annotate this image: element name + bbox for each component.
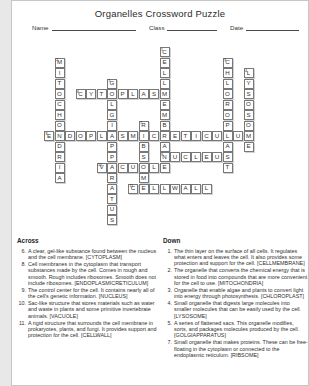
cell-letter: O bbox=[246, 122, 251, 128]
clue-num: 5. bbox=[163, 320, 172, 339]
cell-letter: S bbox=[141, 154, 145, 160]
clue-num: 3. bbox=[163, 287, 172, 300]
crossword-cell-r8-c15[interactable]: C bbox=[202, 131, 212, 141]
clue-text: A clear, gel-like substance found betwee… bbox=[28, 248, 160, 261]
crossword-cell-r11-c5[interactable]: 10V bbox=[97, 163, 107, 173]
across-clues-section: Across 6.A clear, gel-like substance fou… bbox=[17, 237, 160, 339]
crossword-cell-r11-c11[interactable]: E bbox=[160, 163, 170, 173]
cell-letter: P bbox=[89, 133, 93, 139]
clue-num: 2. bbox=[163, 267, 172, 286]
cell-letter: I bbox=[111, 122, 113, 128]
crossword-cell-r13-c15[interactable]: L bbox=[202, 184, 212, 194]
clue-item: 10.Sac-like structure that stores materi… bbox=[17, 300, 160, 319]
crossword-cell-r10-c12[interactable]: U bbox=[170, 152, 180, 162]
cell-letter: E bbox=[173, 133, 177, 139]
date-input-line[interactable] bbox=[246, 23, 299, 31]
crossword-cell-r7-c9[interactable]: 7R bbox=[139, 121, 149, 131]
cell-letter: A bbox=[141, 91, 145, 97]
cell-letter: L bbox=[110, 101, 113, 107]
crossword-cell-r13-c9[interactable]: E bbox=[139, 184, 149, 194]
clue-number: 11 bbox=[130, 185, 134, 189]
crossword-cell-r13-c12[interactable]: W bbox=[170, 184, 180, 194]
cell-letter: L bbox=[131, 91, 134, 97]
down-clues-section: Down 1.The thin layer on the surface of … bbox=[163, 237, 308, 359]
crossword-cell-r4-c10[interactable]: S bbox=[149, 89, 159, 99]
cell-letter: A bbox=[110, 133, 114, 139]
cell-letter: M bbox=[162, 112, 167, 118]
cell-letter: C bbox=[152, 133, 156, 139]
clue-number: 5 bbox=[109, 80, 111, 84]
cell-letter: T bbox=[58, 80, 62, 86]
cell-letter: L bbox=[194, 154, 197, 160]
clue-item: 5.A series of flattened sacs. This organ… bbox=[163, 320, 308, 339]
clue-item: 2.The organelle that converts the chemic… bbox=[163, 267, 308, 286]
cell-letter: L bbox=[163, 185, 166, 191]
crossword-cell-r6-c6[interactable]: G bbox=[107, 110, 117, 120]
crossword-cell-r9-c17[interactable]: A bbox=[223, 142, 233, 152]
cell-letter: O bbox=[57, 122, 62, 128]
name-input-line[interactable] bbox=[52, 23, 136, 31]
crossword-cell-r8-c8[interactable]: M bbox=[128, 131, 138, 141]
crossword-cell-r8-c0[interactable]: 8E bbox=[44, 131, 54, 141]
cell-letter: U bbox=[236, 133, 240, 139]
crossword-cell-r9-c19[interactable]: E bbox=[244, 142, 254, 152]
cell-letter: D bbox=[68, 133, 72, 139]
clue-text: Small organelle that makes proteins. The… bbox=[174, 339, 308, 358]
crossword-cell-r2-c1[interactable]: I bbox=[55, 68, 65, 78]
cell-letter: L bbox=[152, 185, 155, 191]
crossword-cell-r7-c17[interactable]: P bbox=[223, 121, 233, 131]
clue-text: Cell membranes in the cytoplasm that tra… bbox=[28, 261, 160, 287]
crossword-cell-r8-c11[interactable]: R bbox=[160, 131, 170, 141]
class-input-line[interactable] bbox=[167, 23, 217, 31]
crossword-cell-r16-c6[interactable]: S bbox=[107, 215, 117, 225]
date-field: Date bbox=[230, 22, 299, 31]
cell-letter: E bbox=[162, 101, 166, 107]
crossword-cell-r6-c17[interactable]: O bbox=[223, 110, 233, 120]
cell-letter: E bbox=[246, 143, 250, 149]
cell-letter: I bbox=[195, 133, 197, 139]
crossword-cell-r1-c11[interactable]: E bbox=[160, 58, 170, 68]
cell-letter: O bbox=[110, 91, 115, 97]
crossword-cell-r4-c3[interactable]: 6C bbox=[76, 89, 86, 99]
crossword-cell-r9-c9[interactable]: B bbox=[139, 142, 149, 152]
clue-num: 8. bbox=[17, 261, 26, 287]
crossword-cell-r8-c17[interactable]: L bbox=[223, 131, 233, 141]
crossword-cell-r4-c7[interactable]: P bbox=[118, 89, 128, 99]
crossword-cell-r4-c19[interactable]: S bbox=[244, 89, 254, 99]
clue-item: 9.The control center for the cell. It co… bbox=[17, 287, 160, 300]
crossword-cell-r11-c9[interactable]: O bbox=[139, 163, 149, 173]
across-header: Across bbox=[17, 237, 160, 245]
cell-letter: U bbox=[110, 206, 114, 212]
cell-letter: U bbox=[131, 164, 135, 170]
crossword-cell-r10-c16[interactable]: U bbox=[212, 152, 222, 162]
cell-letter: G bbox=[110, 112, 115, 118]
cell-letter: U bbox=[215, 133, 219, 139]
cell-letter: S bbox=[120, 133, 124, 139]
class-label: Class bbox=[149, 24, 164, 31]
crossword-cell-r7-c6[interactable]: I bbox=[107, 121, 117, 131]
crossword-cell-r14-c6[interactable]: T bbox=[107, 194, 117, 204]
cell-letter: L bbox=[163, 70, 166, 76]
crossword-cell-r8-c18[interactable]: U bbox=[233, 131, 243, 141]
crossword-cell-r8-c9[interactable]: I bbox=[139, 131, 149, 141]
cell-letter: B bbox=[141, 143, 145, 149]
crossword-cell-r5-c11[interactable]: E bbox=[160, 100, 170, 110]
page-title: Organelles Crossword Puzzle bbox=[12, 8, 308, 19]
clue-text: Sac-like structure that stores materials… bbox=[28, 300, 160, 319]
cell-letter: T bbox=[226, 164, 230, 170]
cell-letter: U bbox=[215, 154, 219, 160]
cell-letter: W bbox=[172, 185, 178, 191]
clue-num: 6. bbox=[17, 248, 26, 261]
crossword-cell-r13-c14[interactable]: L bbox=[191, 184, 201, 194]
name-field: Name bbox=[32, 22, 136, 31]
crossword-cell-r10-c6[interactable]: P bbox=[107, 152, 117, 162]
crossword-cell-r8-c19[interactable]: M bbox=[244, 131, 254, 141]
crossword-cell-r1-c17[interactable]: 3C bbox=[223, 58, 233, 68]
cell-letter: L bbox=[226, 80, 229, 86]
crossword-cell-r3-c6[interactable]: 5G bbox=[107, 79, 117, 89]
cell-letter: E bbox=[162, 164, 166, 170]
cell-letter: T bbox=[184, 133, 188, 139]
cell-letter: E bbox=[162, 59, 166, 65]
crossword-cell-r13-c13[interactable]: A bbox=[181, 184, 191, 194]
crossword-cell-r10-c17[interactable]: S bbox=[223, 152, 233, 162]
cell-letter: O bbox=[246, 101, 251, 107]
clue-num: 11. bbox=[17, 320, 26, 339]
crossword-cell-r11-c17[interactable]: T bbox=[223, 163, 233, 173]
clue-text: Organelle that enable algae and plants t… bbox=[174, 287, 308, 300]
crossword-cell-r3-c11[interactable]: L bbox=[160, 79, 170, 89]
crossword-cell-r8-c7[interactable]: S bbox=[118, 131, 128, 141]
cell-letter: O bbox=[57, 91, 62, 97]
cell-letter: P bbox=[225, 122, 229, 128]
clue-text: The thin layer on the surface of all cel… bbox=[174, 248, 308, 267]
clue-item: 11.A rigid structure that surrounds the … bbox=[17, 320, 160, 339]
date-label: Date bbox=[230, 24, 243, 31]
clue-item: 3.Organelle that enable algae and plants… bbox=[163, 287, 308, 300]
cell-letter: A bbox=[183, 185, 187, 191]
crossword-cell-r4-c17[interactable]: O bbox=[223, 89, 233, 99]
cell-letter: C bbox=[57, 101, 61, 107]
crossword-cell-r5-c19[interactable]: O bbox=[244, 100, 254, 110]
clue-number: 8 bbox=[46, 133, 48, 137]
clue-item: 6.A clear, gel-like substance found betw… bbox=[17, 248, 160, 261]
clue-number: 2 bbox=[56, 59, 58, 63]
crossword-cell-r4-c6[interactable]: O bbox=[107, 89, 117, 99]
cell-letter: P bbox=[120, 91, 124, 97]
clue-number: 7 bbox=[140, 122, 142, 126]
clue-num: 7. bbox=[163, 339, 172, 358]
crossword-cell-r5-c17[interactable]: R bbox=[223, 100, 233, 110]
down-clue-list: 1.The thin layer on the surface of all c… bbox=[163, 248, 308, 359]
cell-letter: A bbox=[57, 175, 61, 181]
crossword-cell-r3-c1[interactable]: T bbox=[55, 79, 65, 89]
cell-letter: Y bbox=[246, 80, 250, 86]
crossword-grid: 1C2ME3CILH4LT5GLLYO6CYTOPLASMOSCLEROHGMO… bbox=[44, 47, 256, 227]
crossword-cell-r4-c11[interactable]: M bbox=[160, 89, 170, 99]
crossword-cell-r13-c10[interactable]: L bbox=[149, 184, 159, 194]
clue-number: 1 bbox=[161, 49, 163, 53]
crossword-cell-r2-c11[interactable]: L bbox=[160, 68, 170, 78]
cell-letter: L bbox=[194, 185, 197, 191]
cell-letter: T bbox=[110, 196, 114, 202]
crossword-cell-r8-c4[interactable]: P bbox=[86, 131, 96, 141]
cell-letter: R bbox=[162, 133, 166, 139]
crossword-cell-r7-c1[interactable]: O bbox=[55, 121, 65, 131]
name-label: Name bbox=[32, 24, 49, 31]
cell-letter: C bbox=[204, 133, 208, 139]
crossword-cell-r10-c11[interactable]: 9N bbox=[160, 152, 170, 162]
cell-letter: L bbox=[152, 164, 155, 170]
crossword-cell-r3-c17[interactable]: L bbox=[223, 79, 233, 89]
cell-letter: L bbox=[205, 185, 208, 191]
crossword-cell-r12-c1[interactable]: A bbox=[55, 173, 65, 183]
cell-letter: E bbox=[141, 185, 145, 191]
crossword-cell-r13-c11[interactable]: L bbox=[160, 184, 170, 194]
crossword-cell-r4-c8[interactable]: L bbox=[128, 89, 138, 99]
crossword-cell-r6-c1[interactable]: H bbox=[55, 110, 65, 120]
crossword-cell-r2-c17[interactable]: H bbox=[223, 68, 233, 78]
crossword-cell-r11-c6[interactable]: A bbox=[107, 163, 117, 173]
cell-letter: N bbox=[57, 133, 61, 139]
crossword-cell-r6-c11[interactable]: M bbox=[160, 110, 170, 120]
cell-letter: L bbox=[163, 80, 166, 86]
clue-text: The control center for the cell. It cont… bbox=[28, 287, 160, 300]
crossword-cell-r15-c6[interactable]: U bbox=[107, 205, 117, 215]
cell-letter: S bbox=[246, 91, 250, 97]
crossword-cell-r12-c6[interactable]: R bbox=[107, 173, 117, 183]
crossword-cell-r5-c6[interactable]: L bbox=[107, 100, 117, 110]
crossword-cell-r10-c1[interactable]: R bbox=[55, 152, 65, 162]
crossword-cell-r8-c13[interactable]: T bbox=[181, 131, 191, 141]
crossword-cell-r8-c3[interactable]: O bbox=[76, 131, 86, 141]
crossword-cell-r10-c14[interactable]: L bbox=[191, 152, 201, 162]
cell-letter: L bbox=[226, 133, 229, 139]
clue-item: 4.Small organelle that digests large mol… bbox=[163, 300, 308, 319]
crossword-cell-r11-c7[interactable]: C bbox=[118, 163, 128, 173]
clue-num: 1. bbox=[163, 248, 172, 267]
clue-text: A rigid structure that surrounds the cel… bbox=[28, 320, 160, 339]
cell-letter: Y bbox=[89, 91, 93, 97]
crossword-cell-r8-c12[interactable]: E bbox=[170, 131, 180, 141]
cell-letter: O bbox=[141, 164, 146, 170]
cell-letter: O bbox=[78, 133, 83, 139]
class-field: Class bbox=[149, 22, 217, 31]
clue-number: 10 bbox=[98, 164, 102, 168]
crossword-cell-r4-c5[interactable]: T bbox=[97, 89, 107, 99]
cell-letter: C bbox=[183, 154, 187, 160]
cell-letter: C bbox=[120, 164, 124, 170]
crossword-cell-r5-c1[interactable]: C bbox=[55, 100, 65, 110]
crossword-cell-r10-c13[interactable]: C bbox=[181, 152, 191, 162]
cell-letter: S bbox=[152, 91, 156, 97]
crossword-cell-r8-c5[interactable]: L bbox=[97, 131, 107, 141]
crossword-cell-r9-c6[interactable]: P bbox=[107, 142, 117, 152]
crossword-cell-r4-c9[interactable]: A bbox=[139, 89, 149, 99]
clue-num: 10. bbox=[17, 300, 26, 319]
cell-letter: S bbox=[225, 154, 229, 160]
crossword-cell-r6-c19[interactable]: S bbox=[244, 110, 254, 120]
across-clue-list: 6.A clear, gel-like substance found betw… bbox=[17, 248, 160, 339]
cell-letter: S bbox=[246, 112, 250, 118]
cell-letter: U bbox=[173, 154, 177, 160]
crossword-cell-r2-c19[interactable]: 4L bbox=[244, 68, 254, 78]
crossword-cell-r9-c11[interactable]: A bbox=[160, 142, 170, 152]
crossword-cell-r0-c11[interactable]: 1C bbox=[160, 47, 170, 57]
cell-letter: M bbox=[130, 133, 135, 139]
crossword-cell-r11-c1[interactable]: I bbox=[55, 163, 65, 173]
cell-letter: A bbox=[225, 143, 229, 149]
cell-letter: T bbox=[100, 91, 104, 97]
clue-text: A series of flattened sacs. This organel… bbox=[174, 320, 308, 339]
clue-text: Small organelle that digests large molec… bbox=[174, 300, 308, 319]
crossword-cell-r7-c11[interactable]: B bbox=[160, 121, 170, 131]
crossword-cell-r8-c16[interactable]: U bbox=[212, 131, 222, 141]
crossword-cell-r8-c10[interactable]: C bbox=[149, 131, 159, 141]
cell-letter: L bbox=[247, 70, 250, 76]
cell-letter: R bbox=[225, 101, 229, 107]
cell-letter: A bbox=[110, 185, 114, 191]
cell-letter: I bbox=[59, 164, 61, 170]
clue-num: 9. bbox=[17, 287, 26, 300]
worksheet-page: Organelles Crossword Puzzle Name Class D… bbox=[11, 0, 309, 386]
cell-letter: E bbox=[47, 133, 51, 139]
clue-number: 3 bbox=[224, 59, 226, 63]
crossword-cell-r10-c9[interactable]: S bbox=[139, 152, 149, 162]
crossword-cell-r8-c2[interactable]: D bbox=[65, 131, 75, 141]
crossword-cell-r1-c1[interactable]: 2M bbox=[55, 58, 65, 68]
cell-letter: P bbox=[110, 154, 114, 160]
cell-letter: A bbox=[110, 164, 114, 170]
crossword-cell-r13-c8[interactable]: 11C bbox=[128, 184, 138, 194]
clue-number: 6 bbox=[77, 91, 79, 95]
cell-letter: B bbox=[162, 122, 166, 128]
cell-letter: R bbox=[110, 175, 114, 181]
crossword-cell-r13-c6[interactable]: A bbox=[107, 184, 117, 194]
clue-text: The organelle that converts the chemical… bbox=[174, 267, 308, 286]
clue-item: 8.Cell membranes in the cytoplasm that t… bbox=[17, 261, 160, 287]
cell-letter: O bbox=[225, 112, 230, 118]
crossword-cell-r10-c15[interactable]: E bbox=[202, 152, 212, 162]
clue-number: 9 bbox=[161, 154, 163, 158]
clue-item: 1.The thin layer on the surface of all c… bbox=[163, 248, 308, 267]
crossword-cell-r8-c1[interactable]: N bbox=[55, 131, 65, 141]
clue-number: 4 bbox=[245, 70, 247, 74]
crossword-cell-r4-c4[interactable]: Y bbox=[86, 89, 96, 99]
cell-letter: H bbox=[57, 112, 61, 118]
down-header: Down bbox=[163, 237, 308, 245]
crossword-cell-r4-c1[interactable]: O bbox=[55, 89, 65, 99]
crossword-cell-r8-c14[interactable]: I bbox=[191, 131, 201, 141]
cell-letter: M bbox=[141, 175, 146, 181]
crossword-cell-r8-c6[interactable]: A bbox=[107, 131, 117, 141]
crossword-cell-r3-c19[interactable]: Y bbox=[244, 79, 254, 89]
cell-letter: I bbox=[143, 133, 145, 139]
cell-letter: M bbox=[162, 91, 167, 97]
clue-num: 4. bbox=[163, 300, 172, 319]
cell-letter: E bbox=[204, 154, 208, 160]
crossword-cell-r11-c8[interactable]: U bbox=[128, 163, 138, 173]
crossword-cell-r9-c1[interactable]: D bbox=[55, 142, 65, 152]
crossword-cell-r12-c9[interactable]: M bbox=[139, 173, 149, 183]
cell-letter: L bbox=[100, 133, 103, 139]
cell-letter: R bbox=[57, 154, 61, 160]
cell-letter: A bbox=[162, 143, 166, 149]
cell-letter: M bbox=[246, 133, 251, 139]
cell-letter: I bbox=[59, 70, 61, 76]
crossword-cell-r7-c19[interactable]: O bbox=[244, 121, 254, 131]
clue-item: 7.Small organelle that makes proteins. T… bbox=[163, 339, 308, 358]
cell-letter: O bbox=[225, 91, 230, 97]
cell-letter: S bbox=[110, 217, 114, 223]
cell-letter: P bbox=[110, 143, 114, 149]
cell-letter: H bbox=[225, 70, 229, 76]
cell-letter: D bbox=[57, 143, 61, 149]
crossword-cell-r11-c10[interactable]: L bbox=[149, 163, 159, 173]
